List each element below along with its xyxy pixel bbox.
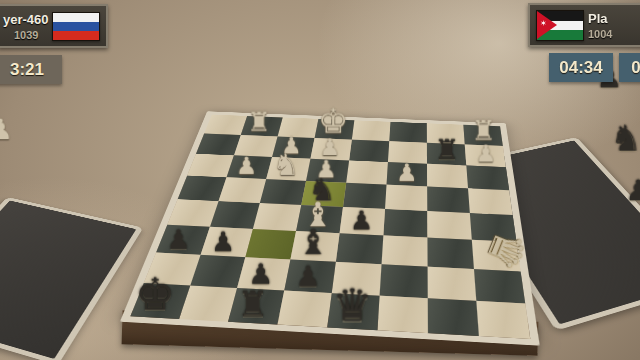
square-b2[interactable]: ♜ (427, 143, 466, 166)
player-name-left: yer-460 (3, 12, 49, 27)
jordan-flag-star: ✶ (540, 20, 547, 28)
black-piece-e7[interactable]: ♟ (295, 263, 320, 291)
player-plate-left: yer-460 1039 (0, 4, 108, 48)
square-f8[interactable]: ♜ (228, 288, 284, 325)
black-piece-b2[interactable]: ♜ (434, 136, 459, 164)
square-g4[interactable] (219, 177, 267, 203)
black-piece-g6[interactable]: ♟ (211, 228, 235, 255)
square-c7[interactable] (380, 264, 428, 298)
white-piece-a2[interactable]: ♟ (476, 143, 497, 166)
player-rating-left: 1039 (14, 29, 38, 41)
black-piece-h8[interactable]: ♚ (135, 272, 175, 317)
square-a4[interactable] (468, 188, 513, 215)
player-plate-right: ✶ Pla 1004 (528, 3, 640, 47)
square-c3[interactable]: ♟ (387, 162, 428, 186)
square-g6[interactable]: ♟ (201, 227, 253, 257)
square-e6[interactable]: ♝ (290, 231, 339, 262)
square-a3[interactable] (466, 166, 509, 191)
player-name-right: Pla (588, 11, 608, 26)
white-piece-g3[interactable]: ♟ (236, 154, 257, 178)
square-b3[interactable] (427, 164, 468, 189)
player-rating-right: 1004 (588, 28, 612, 40)
white-piece-g1[interactable]: ♜ (247, 109, 271, 136)
jordan-flag-icon: ✶ (536, 10, 584, 41)
square-f4[interactable] (260, 179, 306, 205)
square-d5[interactable]: ♟ (340, 207, 385, 235)
captured-white-piece: ♟ (0, 115, 13, 342)
square-d1[interactable] (352, 120, 391, 141)
square-g3[interactable]: ♟ (227, 155, 273, 179)
white-piece-c3[interactable]: ♟ (396, 161, 418, 185)
square-b8[interactable] (428, 298, 479, 336)
chess-board: ♜♚♜♟♟♜♟♟♞♟♟♞♝♟♟♟♝♟♟♚♜♛ (120, 111, 540, 345)
square-d2[interactable] (349, 140, 389, 162)
square-h4[interactable] (178, 176, 227, 202)
black-piece-d8[interactable]: ♛ (333, 284, 373, 328)
square-f6[interactable] (245, 229, 296, 260)
russia-flag-icon (52, 12, 100, 41)
square-f5[interactable] (253, 203, 301, 231)
counter-right: 0 (619, 53, 640, 82)
square-b5[interactable] (427, 211, 472, 240)
white-piece-f3[interactable]: ♞ (273, 150, 300, 180)
square-c4[interactable] (385, 185, 427, 211)
black-piece-f8[interactable]: ♜ (237, 287, 269, 323)
square-f3[interactable]: ♞ (266, 157, 310, 181)
square-a8[interactable] (476, 301, 530, 339)
square-e7[interactable]: ♟ (284, 260, 336, 294)
square-a2[interactable]: ♟ (465, 144, 506, 167)
square-d8[interactable]: ♛ (327, 293, 379, 330)
black-piece-e6[interactable]: ♝ (298, 225, 329, 260)
square-b4[interactable] (427, 186, 470, 213)
square-d6[interactable] (336, 233, 384, 264)
square-g1[interactable]: ♜ (241, 116, 283, 137)
black-piece-d5[interactable]: ♟ (350, 208, 373, 234)
game-screen: ♟♞♝ ♟♟♞♟ ♜♚♜♟♟♜♟♟♞♟♟♞♝♟♟♟♝♟♟♚♜♛ ♛ yer-46… (0, 0, 640, 360)
square-b6[interactable] (427, 238, 474, 269)
square-c5[interactable] (383, 209, 427, 238)
square-b7[interactable] (428, 267, 477, 301)
clock-right: 04:34 (549, 53, 613, 82)
square-g7[interactable] (190, 255, 245, 288)
square-c6[interactable] (382, 235, 428, 266)
square-c1[interactable] (389, 122, 427, 143)
square-d3[interactable] (346, 160, 388, 184)
clock-left: 3:21 (0, 55, 62, 84)
square-c8[interactable] (377, 296, 428, 333)
black-piece-h6[interactable]: ♟ (166, 226, 190, 253)
square-g5[interactable] (210, 201, 260, 229)
square-e8[interactable] (277, 291, 331, 328)
